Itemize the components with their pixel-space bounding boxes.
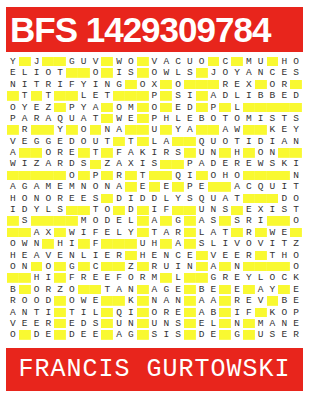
letter-cell: A [125,147,137,158]
blocked-cell [172,136,184,147]
blocked-cell [231,227,243,238]
letter-cell: H [219,170,231,181]
blocked-cell [208,124,220,135]
blocked-cell [267,193,279,204]
letter-cell: F [113,272,125,283]
blocked-cell [243,329,255,340]
letter-cell: H [54,238,66,249]
letter-cell: N [149,295,161,306]
letter-cell: U [137,238,149,249]
letter-cell: D [196,329,208,340]
letter-cell: A [113,159,125,170]
blocked-cell [101,147,113,158]
letter-cell: R [31,113,43,124]
letter-cell: O [137,79,149,90]
letter-cell: B [7,284,19,295]
letter-cell: D [66,159,78,170]
blocked-cell [54,56,66,67]
letter-cell: N [7,79,19,90]
letter-cell: E [7,67,19,78]
blocked-cell [19,272,31,283]
letter-cell: R [172,227,184,238]
blocked-cell [31,147,43,158]
letter-cell: S [149,329,161,340]
blocked-cell [54,272,66,283]
letter-cell: Y [7,56,19,67]
letter-cell: T [19,90,31,101]
letter-cell: B [196,113,208,124]
letter-cell: O [78,136,90,147]
letter-cell: U [184,56,196,67]
blocked-cell [184,307,196,318]
letter-cell: S [267,329,279,340]
letter-cell: O [42,147,54,158]
letter-cell: A [113,181,125,192]
letter-cell: L [113,227,125,238]
letter-cell: R [54,159,66,170]
letter-cell: T [231,136,243,147]
letter-cell: F [66,272,78,283]
blocked-cell [113,238,125,249]
letter-cell: O [290,261,302,272]
letter-cell: O [90,215,102,226]
blocked-cell [101,238,113,249]
blocked-cell [113,261,125,272]
blocked-cell [113,136,125,147]
blocked-cell [219,215,231,226]
letter-cell: F [160,204,172,215]
blocked-cell [255,124,267,135]
letter-cell: R [42,284,54,295]
letter-cell: R [54,193,66,204]
letter-cell: R [243,250,255,261]
letter-cell: N [125,284,137,295]
blocked-cell [42,124,54,135]
blocked-cell [160,215,172,226]
letter-cell: I [19,159,31,170]
letter-cell: S [172,318,184,329]
letter-cell: I [267,238,279,249]
letter-cell: N [66,250,78,261]
letter-cell: S [172,147,184,158]
letter-cell: A [267,318,279,329]
letter-cell: I [184,170,196,181]
letter-cell: O [42,193,54,204]
letter-cell: V [90,56,102,67]
letter-cell: T [90,147,102,158]
blocked-cell [255,261,267,272]
letter-cell: C [172,250,184,261]
letter-cell: Y [231,67,243,78]
blocked-cell [278,147,290,158]
letter-cell: L [90,307,102,318]
blocked-cell [125,90,137,101]
letter-cell: V [149,56,161,67]
letter-cell: T [219,113,231,124]
letter-cell: S [267,159,279,170]
blocked-cell [54,215,66,226]
letter-cell: L [78,250,90,261]
blocked-cell [172,159,184,170]
letter-cell: A [160,136,172,147]
letter-cell: R [42,79,54,90]
letter-cell: G [160,284,172,295]
letter-cell: U [208,136,220,147]
letter-cell: O [149,102,161,113]
letter-cell: V [255,238,267,249]
letter-cell: A [208,261,220,272]
letter-cell: S [90,193,102,204]
letter-cell: I [90,250,102,261]
blocked-cell [149,170,161,181]
blocked-cell [54,170,66,181]
letter-cell: E [243,159,255,170]
letter-cell: A [42,113,54,124]
letter-cell: S [184,67,196,78]
letter-cell: A [160,56,172,67]
letter-cell: A [149,284,161,295]
blocked-cell [184,136,196,147]
letter-cell: D [31,329,43,340]
blocked-cell [255,102,267,113]
letter-cell: G [42,136,54,147]
blocked-cell [125,250,137,261]
blocked-cell [137,261,149,272]
letter-cell: N [208,147,220,158]
letter-cell: A [219,193,231,204]
blocked-cell [66,90,78,101]
letter-cell: R [219,79,231,90]
letter-cell: I [255,113,267,124]
blocked-cell [160,124,172,135]
letter-cell: O [90,67,102,78]
letter-cell: M [255,318,267,329]
blocked-cell [78,261,90,272]
letter-cell: E [278,329,290,340]
letter-cell: O [66,284,78,295]
letter-cell: X [125,159,137,170]
letter-cell: E [19,318,31,329]
letter-cell: E [125,113,137,124]
letter-cell: T [137,170,149,181]
letter-cell: T [101,284,113,295]
letter-cell: E [290,318,302,329]
blocked-cell [196,102,208,113]
letter-cell: E [172,284,184,295]
letter-cell: Z [42,102,54,113]
letter-cell: A [219,124,231,135]
blocked-cell [19,170,31,181]
letter-cell: U [66,113,78,124]
blocked-cell [196,79,208,90]
book-title: BFS 1429309784 [6,12,270,47]
letter-cell: N [267,147,279,158]
letter-cell: R [160,307,172,318]
letter-cell: U [113,318,125,329]
letter-cell: E [54,250,66,261]
letter-cell: E [208,329,220,340]
letter-cell: A [31,181,43,192]
letter-cell: O [172,79,184,90]
letter-cell: S [125,67,137,78]
blocked-cell [184,227,196,238]
letter-cell: R [54,147,66,158]
letter-cell: G [66,56,78,67]
letter-cell: A [7,181,19,192]
letter-cell: D [137,193,149,204]
letter-cell: E [113,215,125,226]
letter-cell: O [290,56,302,67]
letter-cell: U [149,124,161,135]
letter-cell: A [184,124,196,135]
letter-cell: V [42,250,54,261]
letter-cell: P [66,102,78,113]
letter-cell: S [78,159,90,170]
letter-cell: Q [172,170,184,181]
letter-cell: D [113,193,125,204]
letter-cell: E [231,79,243,90]
letter-cell: O [219,67,231,78]
blocked-cell [219,147,231,158]
letter-cell: A [208,90,220,101]
letter-cell: W [231,124,243,135]
letter-cell: N [208,204,220,215]
blocked-cell [255,170,267,181]
blocked-cell [184,147,196,158]
blocked-cell [219,261,231,272]
letter-cell: S [19,215,31,226]
letter-cell: C [278,272,290,283]
blocked-cell [137,284,149,295]
blocked-cell [278,102,290,113]
letter-cell: K [290,272,302,283]
letter-cell: E [278,90,290,101]
letter-cell: O [31,295,43,306]
letter-cell: M [78,215,90,226]
book-cover: BFS 1429309784 YJGUVWOVACUOCMUHOELIOTOIS… [0,0,309,400]
letter-cell: E [19,250,31,261]
letter-cell: N [101,181,113,192]
letter-cell: I [231,307,243,318]
letter-cell: W [255,159,267,170]
letter-cell: R [78,272,90,283]
letter-cell: S [208,215,220,226]
blocked-cell [219,181,231,192]
blocked-cell [42,238,54,249]
blocked-cell [19,227,31,238]
letter-cell: A [78,113,90,124]
letter-cell: D [208,159,220,170]
letter-cell: F [90,238,102,249]
letter-cell: E [208,284,220,295]
letter-cell: E [66,147,78,158]
blocked-cell [42,56,54,67]
blocked-cell [184,215,196,226]
blocked-cell [101,113,113,124]
letter-cell: I [66,238,78,249]
letter-cell: I [278,181,290,192]
letter-cell: A [160,295,172,306]
letter-cell: L [42,204,54,215]
blocked-cell [90,124,102,135]
letter-cell: O [231,113,243,124]
letter-cell: S [172,90,184,101]
letter-cell: G [125,329,137,340]
blocked-cell [160,238,172,249]
blocked-cell [137,307,149,318]
letter-cell: Q [54,113,66,124]
letter-cell: L [172,67,184,78]
letter-cell: R [42,318,54,329]
letter-cell: N [184,261,196,272]
letter-cell: E [160,181,172,192]
letter-cell: U [90,136,102,147]
letter-cell: I [243,90,255,101]
blocked-cell [125,170,137,181]
letter-cell: J [208,67,220,78]
letter-cell: O [7,329,19,340]
letter-cell: W [78,295,90,306]
blocked-cell [243,170,255,181]
letter-cell: I [172,261,184,272]
letter-cell: N [172,295,184,306]
letter-cell: S [90,318,102,329]
letter-cell: O [31,284,43,295]
blocked-cell [196,67,208,78]
letter-cell: I [160,329,172,340]
letter-cell: G [66,261,78,272]
letter-cell: I [7,204,19,215]
letter-cell: S [219,204,231,215]
letter-cell: T [267,250,279,261]
blocked-cell [219,307,231,318]
letter-cell: X [42,227,54,238]
letter-cell: K [267,307,279,318]
letter-cell: E [101,250,113,261]
blocked-cell [101,307,113,318]
letter-cell: P [7,113,19,124]
blocked-cell [184,318,196,329]
blocked-cell [184,204,196,215]
letter-cell: D [125,204,137,215]
blocked-cell [7,170,19,181]
letter-cell: G [231,329,243,340]
letter-cell: A [31,227,43,238]
letter-cell: I [42,272,54,283]
blocked-cell [172,181,184,192]
letter-cell: T [278,238,290,249]
letter-cell: M [243,56,255,67]
letter-cell: I [113,67,125,78]
letter-cell: O [243,238,255,249]
blocked-cell [255,250,267,261]
blocked-cell [196,170,208,181]
letter-cell: E [243,204,255,215]
letter-cell: E [31,102,43,113]
letter-cell: L [208,318,220,329]
blocked-cell [255,79,267,90]
letter-cell: T [54,67,66,78]
letter-cell: N [160,250,172,261]
letter-cell: H [31,272,43,283]
letter-cell: P [290,307,302,318]
letter-cell: A [90,102,102,113]
letter-cell: O [267,79,279,90]
letter-cell: R [290,329,302,340]
blocked-cell [137,90,149,101]
letter-cell: L [231,90,243,101]
letter-cell: S [290,113,302,124]
letter-cell: A [113,124,125,135]
letter-cell: T [278,113,290,124]
letter-cell: D [255,136,267,147]
letter-cell: E [101,272,113,283]
letter-cell: O [19,295,31,306]
blocked-cell [101,295,113,306]
blocked-cell [7,227,19,238]
blocked-cell [290,79,302,90]
letter-cell: D [101,215,113,226]
letter-cell: V [7,136,19,147]
blocked-cell [243,318,255,329]
letter-cell: O [208,170,220,181]
letter-cell: D [184,102,196,113]
letter-cell: A [196,159,208,170]
letter-cell: E [101,227,113,238]
letter-cell: Y [267,284,279,295]
blocked-cell [66,124,78,135]
letter-cell: Y [172,124,184,135]
letter-cell: T [101,90,113,101]
letter-cell: T [101,136,113,147]
letter-cell: I [125,307,137,318]
letter-cell: G [31,136,43,147]
letter-cell: E [90,329,102,340]
letter-cell: E [278,67,290,78]
blocked-cell [7,215,19,226]
title-band: BFS 1429309784 [6,7,303,52]
letter-cell: I [90,79,102,90]
blocked-cell [78,284,90,295]
blocked-cell [243,147,255,158]
letter-cell: R [160,147,172,158]
letter-cell: O [66,170,78,181]
blocked-cell [54,90,66,101]
letter-cell: L [255,272,267,283]
letter-cell: A [172,238,184,249]
letter-cell: P [149,113,161,124]
letter-cell: L [172,113,184,124]
letter-cell: A [196,307,208,318]
blocked-cell [137,67,149,78]
blocked-cell [196,272,208,283]
letter-cell: D [290,90,302,101]
blocked-cell [113,90,125,101]
blocked-cell [267,295,279,306]
letter-cell: E [31,318,43,329]
letter-cell: U [160,261,172,272]
letter-cell: O [19,193,31,204]
letter-cell: Y [31,204,43,215]
letter-cell: G [208,272,220,283]
blocked-cell [160,170,172,181]
letter-cell: N [78,181,90,192]
letter-cell: O [290,215,302,226]
blocked-cell [243,261,255,272]
letter-cell: E [19,136,31,147]
blocked-cell [184,295,196,306]
blocked-cell [78,147,90,158]
